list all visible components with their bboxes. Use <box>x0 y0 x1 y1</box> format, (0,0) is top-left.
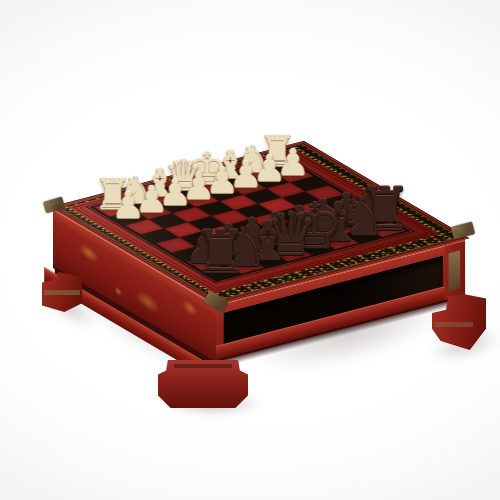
product-photo-stage: ♜♞♝♛♚♝♞♜♟♟♟♟♟♟♟♟♟♟♟♟♟♟♟♟♜♞♝♛♚♝♞♜ <box>0 0 500 500</box>
brass-corner-cap <box>451 221 476 239</box>
box-foot-front <box>158 360 248 408</box>
brass-strap <box>449 250 461 291</box>
